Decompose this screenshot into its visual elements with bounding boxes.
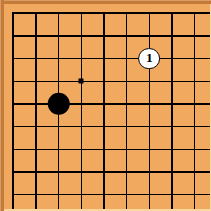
grid-line-vertical [12,70,14,93]
grid-line-vertical [194,25,195,48]
grid-line-vertical [171,183,172,206]
grid-line-vertical [171,25,172,48]
intersection [138,138,161,161]
intersection [2,25,25,48]
grid-line-vertical [35,12,36,24]
intersection [161,70,184,93]
grid-line-vertical [58,183,59,206]
intersection [70,2,93,25]
intersection [47,25,70,48]
grid-line-vertical [81,47,82,70]
stone-move-number: 1 [146,51,153,66]
board-edge-top [0,0,211,4]
intersection [115,2,138,25]
grid-line-vertical [103,161,104,184]
intersection [47,47,70,70]
grid-line-vertical [12,12,14,24]
clipped-edge-bottom [0,209,211,211]
intersection [183,70,206,93]
grid-line-vertical [194,47,195,70]
intersection [93,115,116,138]
grid-line-vertical [35,70,36,93]
intersection [161,2,184,25]
intersection [93,47,116,70]
intersection [2,2,25,25]
intersection [70,183,93,206]
grid-line-vertical [194,93,195,116]
grid-line-vertical [126,12,127,24]
grid-line-vertical [171,93,172,116]
intersection [138,2,161,25]
grid-line-vertical [149,93,150,116]
grid-line-vertical [35,47,36,70]
intersection [183,138,206,161]
intersection [93,70,116,93]
grid-line-vertical [58,70,59,93]
grid-line-vertical [12,47,14,70]
intersection [138,93,161,116]
grid-line-vertical [149,138,150,161]
intersection [47,183,70,206]
go-board: 1 [0,0,211,211]
intersection [115,47,138,70]
grid-line-vertical [126,183,127,206]
grid-line-vertical [35,183,36,206]
grid-line-vertical [126,115,127,138]
intersection [2,47,25,70]
grid-line-vertical [103,12,104,24]
intersection [47,161,70,184]
grid-line-vertical [58,161,59,184]
intersection [115,70,138,93]
intersection [70,47,93,70]
grid-line-vertical [81,183,82,206]
grid-line-vertical [126,138,127,161]
grid-line-vertical [126,161,127,184]
intersection [115,115,138,138]
intersection [2,70,25,93]
intersection [25,25,48,48]
grid-line-vertical [194,115,195,138]
grid-line-vertical [35,93,36,116]
grid-line-vertical [81,25,82,48]
intersection [183,47,206,70]
grid-line-vertical [171,161,172,184]
intersection [161,47,184,70]
intersection [115,25,138,48]
intersection [47,138,70,161]
grid-line-vertical [103,183,104,206]
intersection [161,115,184,138]
intersection [70,70,93,93]
intersection [138,25,161,48]
board-grid: 1 [2,2,211,211]
intersection [115,93,138,116]
grid-line-vertical [194,183,195,206]
intersection [47,115,70,138]
intersection [161,138,184,161]
grid-line-vertical [126,25,127,48]
intersection [183,183,206,206]
grid-line-vertical [171,138,172,161]
intersection [161,161,184,184]
intersection [70,138,93,161]
grid-line-vertical [171,115,172,138]
intersection [115,183,138,206]
clipped-edge-right [210,0,211,211]
grid-line-vertical [81,138,82,161]
grid-line-vertical [81,93,82,116]
intersection [93,2,116,25]
intersection [47,70,70,93]
intersection [2,161,25,184]
grid-line-vertical [149,183,150,206]
grid-line-vertical [58,138,59,161]
grid-line-vertical [103,25,104,48]
grid-line-vertical [126,70,127,93]
grid-line-vertical [171,47,172,70]
intersection [70,115,93,138]
intersection [25,93,48,116]
grid-line-vertical [12,115,14,138]
grid-line-vertical [126,93,127,116]
intersection [115,138,138,161]
intersection [70,25,93,48]
intersection [93,138,116,161]
grid-line-vertical [149,70,150,93]
intersection [25,70,48,93]
grid-line-vertical [126,47,127,70]
intersection [161,183,184,206]
grid-line-vertical [149,12,150,24]
intersection [93,93,116,116]
intersection [2,183,25,206]
grid-line-vertical [171,70,172,93]
intersection [93,25,116,48]
grid-line-vertical [103,115,104,138]
grid-line-vertical [103,47,104,70]
grid-line-vertical [103,70,104,93]
grid-line-vertical [81,115,82,138]
grid-line-vertical [35,161,36,184]
white-stone-1: 1 [138,48,160,70]
board-edge-left [0,0,4,211]
grid-line-vertical [12,25,14,48]
grid-line-vertical [81,161,82,184]
grid-line-vertical [35,138,36,161]
intersection [183,161,206,184]
intersection [47,93,70,116]
intersection [161,25,184,48]
grid-line-vertical [103,138,104,161]
intersection [138,70,161,93]
grid-line-vertical [194,70,195,93]
intersection [183,93,206,116]
intersection [2,115,25,138]
intersection [2,138,25,161]
grid-line-vertical [194,12,195,24]
grid-line-vertical [12,183,14,206]
intersection [25,47,48,70]
grid-line-vertical [35,115,36,138]
grid-line-vertical [171,12,172,24]
intersection [138,161,161,184]
grid-line-vertical [149,115,150,138]
intersection [93,183,116,206]
intersection [25,138,48,161]
grid-line-vertical [58,12,59,24]
intersection [161,93,184,116]
intersection [25,2,48,25]
grid-line-vertical [58,25,59,48]
intersection [47,2,70,25]
intersection [93,161,116,184]
grid-line-vertical [194,161,195,184]
grid-line-vertical [81,12,82,24]
black-stone [47,93,70,116]
grid-line-vertical [58,47,59,70]
intersection [138,115,161,138]
intersection [183,25,206,48]
hoshi-marker [79,79,84,84]
intersection [25,161,48,184]
grid-line-vertical [149,25,150,48]
intersection: 1 [138,47,161,70]
grid-line-vertical [35,25,36,48]
intersection [70,161,93,184]
intersection [2,93,25,116]
intersection [183,115,206,138]
grid-line-vertical [12,93,14,116]
intersection [183,2,206,25]
intersection [115,161,138,184]
grid-line-vertical [12,138,14,161]
intersection [25,183,48,206]
grid-line-vertical [149,161,150,184]
grid-line-vertical [103,93,104,116]
intersection [25,115,48,138]
grid-line-vertical [12,161,14,184]
grid-line-vertical [58,115,59,138]
intersection [70,93,93,116]
grid-line-vertical [194,138,195,161]
intersection [138,183,161,206]
